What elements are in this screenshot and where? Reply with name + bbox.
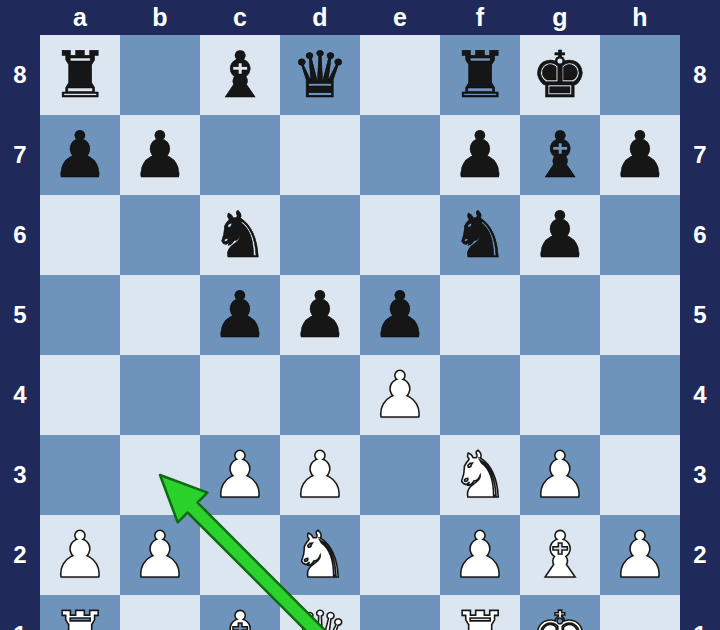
rank-label-right-3: 3 <box>680 435 720 515</box>
square-h3[interactable] <box>600 435 680 515</box>
rank-label-right-8: 8 <box>680 35 720 115</box>
rank-labels-left: 87654321 <box>0 35 40 630</box>
rank-label-left-1: 1 <box>0 595 40 630</box>
file-label-e: e <box>360 0 440 35</box>
piece-bk-g8[interactable]: ♚ <box>520 35 600 115</box>
file-label-h: h <box>600 0 680 35</box>
square-d4[interactable] <box>280 355 360 435</box>
piece-wp-g3[interactable]: ♟ <box>520 435 600 515</box>
piece-bp-d5[interactable]: ♟ <box>280 275 360 355</box>
rank-label-left-7: 7 <box>0 115 40 195</box>
rank-label-right-2: 2 <box>680 515 720 595</box>
piece-wp-e4[interactable]: ♟ <box>360 355 440 435</box>
square-b7[interactable]: ♟ <box>120 115 200 195</box>
square-c4[interactable] <box>200 355 280 435</box>
square-h4[interactable] <box>600 355 680 435</box>
piece-bp-e5[interactable]: ♟ <box>360 275 440 355</box>
square-e3[interactable] <box>360 435 440 515</box>
square-h6[interactable] <box>600 195 680 275</box>
square-f8[interactable]: ♜ <box>440 35 520 115</box>
piece-wp-b2[interactable]: ♟ <box>120 515 200 595</box>
piece-wr-a1[interactable]: ♜ <box>40 595 120 630</box>
square-f6[interactable]: ♞ <box>440 195 520 275</box>
rank-label-left-4: 4 <box>0 355 40 435</box>
square-a4[interactable] <box>40 355 120 435</box>
square-d1[interactable]: ♛ <box>280 595 360 630</box>
square-f1[interactable]: ♜ <box>440 595 520 630</box>
rank-label-right-4: 4 <box>680 355 720 435</box>
piece-wq-d1[interactable]: ♛ <box>280 595 360 630</box>
piece-bp-c5[interactable]: ♟ <box>200 275 280 355</box>
square-g5[interactable] <box>520 275 600 355</box>
piece-br-a8[interactable]: ♜ <box>40 35 120 115</box>
piece-bp-b7[interactable]: ♟ <box>120 115 200 195</box>
file-label-d: d <box>280 0 360 35</box>
piece-wk-g1[interactable]: ♚ <box>520 595 600 630</box>
square-e5[interactable]: ♟ <box>360 275 440 355</box>
square-c3[interactable]: ♟ <box>200 435 280 515</box>
chess-board: ♜♝♛♜♚♟♟♟♝♟♞♞♟♟♟♟♟♟♟♞♟♟♟♞♟♝♟♜♝♛♜♚ <box>40 35 680 630</box>
square-e2[interactable] <box>360 515 440 595</box>
square-g3[interactable]: ♟ <box>520 435 600 515</box>
piece-bn-c6[interactable]: ♞ <box>200 195 280 275</box>
square-e1[interactable] <box>360 595 440 630</box>
rank-label-left-3: 3 <box>0 435 40 515</box>
square-e6[interactable] <box>360 195 440 275</box>
piece-bn-f6[interactable]: ♞ <box>440 195 520 275</box>
square-b8[interactable] <box>120 35 200 115</box>
piece-bp-h7[interactable]: ♟ <box>600 115 680 195</box>
square-g1[interactable]: ♚ <box>520 595 600 630</box>
square-a2[interactable]: ♟ <box>40 515 120 595</box>
file-labels-top: abcdefgh <box>40 0 680 35</box>
rank-label-right-1: 1 <box>680 595 720 630</box>
square-d7[interactable] <box>280 115 360 195</box>
piece-wn-d2[interactable]: ♞ <box>280 515 360 595</box>
square-b4[interactable] <box>120 355 200 435</box>
square-c1[interactable]: ♝ <box>200 595 280 630</box>
square-a7[interactable]: ♟ <box>40 115 120 195</box>
rank-label-left-6: 6 <box>0 195 40 275</box>
square-d3[interactable]: ♟ <box>280 435 360 515</box>
piece-wp-a2[interactable]: ♟ <box>40 515 120 595</box>
piece-bp-g6[interactable]: ♟ <box>520 195 600 275</box>
square-b1[interactable] <box>120 595 200 630</box>
square-c6[interactable]: ♞ <box>200 195 280 275</box>
piece-bb-c8[interactable]: ♝ <box>200 35 280 115</box>
file-label-b: b <box>120 0 200 35</box>
piece-wr-f1[interactable]: ♜ <box>440 595 520 630</box>
rank-label-left-5: 5 <box>0 275 40 355</box>
file-label-g: g <box>520 0 600 35</box>
square-e4[interactable]: ♟ <box>360 355 440 435</box>
square-a5[interactable] <box>40 275 120 355</box>
file-label-f: f <box>440 0 520 35</box>
square-c5[interactable]: ♟ <box>200 275 280 355</box>
square-g4[interactable] <box>520 355 600 435</box>
square-g7[interactable]: ♝ <box>520 115 600 195</box>
square-a6[interactable] <box>40 195 120 275</box>
square-h8[interactable] <box>600 35 680 115</box>
square-e8[interactable] <box>360 35 440 115</box>
rank-label-right-6: 6 <box>680 195 720 275</box>
square-h5[interactable] <box>600 275 680 355</box>
piece-bp-a7[interactable]: ♟ <box>40 115 120 195</box>
piece-br-f8[interactable]: ♜ <box>440 35 520 115</box>
square-b5[interactable] <box>120 275 200 355</box>
rank-labels-right: 87654321 <box>680 35 720 630</box>
square-b6[interactable] <box>120 195 200 275</box>
rank-label-right-7: 7 <box>680 115 720 195</box>
square-h2[interactable]: ♟ <box>600 515 680 595</box>
file-label-c: c <box>200 0 280 35</box>
piece-wp-h2[interactable]: ♟ <box>600 515 680 595</box>
square-f2[interactable]: ♟ <box>440 515 520 595</box>
square-a1[interactable]: ♜ <box>40 595 120 630</box>
piece-wp-f2[interactable]: ♟ <box>440 515 520 595</box>
square-a3[interactable] <box>40 435 120 515</box>
chess-app-screen: abcdefgh 87654321 87654321 ♜♝♛♜♚♟♟♟♝♟♞♞♟… <box>0 0 720 630</box>
square-f7[interactable]: ♟ <box>440 115 520 195</box>
square-g8[interactable]: ♚ <box>520 35 600 115</box>
piece-wp-c3[interactable]: ♟ <box>200 435 280 515</box>
square-a8[interactable]: ♜ <box>40 35 120 115</box>
square-d8[interactable]: ♛ <box>280 35 360 115</box>
rank-label-right-5: 5 <box>680 275 720 355</box>
square-c7[interactable] <box>200 115 280 195</box>
piece-wn-f3[interactable]: ♞ <box>440 435 520 515</box>
piece-wb-c1[interactable]: ♝ <box>200 595 280 630</box>
square-f5[interactable] <box>440 275 520 355</box>
square-c8[interactable]: ♝ <box>200 35 280 115</box>
square-h7[interactable]: ♟ <box>600 115 680 195</box>
square-e7[interactable] <box>360 115 440 195</box>
piece-bb-g7[interactable]: ♝ <box>520 115 600 195</box>
piece-wb-g2[interactable]: ♝ <box>520 515 600 595</box>
piece-bp-f7[interactable]: ♟ <box>440 115 520 195</box>
rank-label-left-8: 8 <box>0 35 40 115</box>
rank-label-left-2: 2 <box>0 515 40 595</box>
square-g2[interactable]: ♝ <box>520 515 600 595</box>
piece-wp-d3[interactable]: ♟ <box>280 435 360 515</box>
square-g6[interactable]: ♟ <box>520 195 600 275</box>
square-d5[interactable]: ♟ <box>280 275 360 355</box>
square-d6[interactable] <box>280 195 360 275</box>
square-c2[interactable] <box>200 515 280 595</box>
square-f4[interactable] <box>440 355 520 435</box>
square-b3[interactable] <box>120 435 200 515</box>
file-label-a: a <box>40 0 120 35</box>
square-h1[interactable] <box>600 595 680 630</box>
square-f3[interactable]: ♞ <box>440 435 520 515</box>
square-d2[interactable]: ♞ <box>280 515 360 595</box>
piece-bq-d8[interactable]: ♛ <box>280 35 360 115</box>
square-b2[interactable]: ♟ <box>120 515 200 595</box>
